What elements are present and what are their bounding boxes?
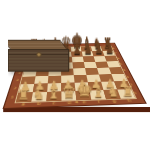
- square-g6: [94, 56, 107, 62]
- square-c2: ♟: [47, 83, 61, 92]
- square-c3: [48, 76, 61, 84]
- board-side-edge: [3, 107, 150, 112]
- chess-board: ♜♞♝♛♚♝♞♜♟♟♟♟♟♟♟♟♟♟♟♟♟♟♟♟♜♞♝♛♚♝♞♜ abcdefg…: [2, 43, 146, 109]
- box-clasp-icon: [36, 52, 41, 57]
- square-e3: [74, 75, 88, 83]
- square-a2: ♟: [18, 84, 34, 93]
- storage-box-body: [8, 39, 70, 72]
- square-g4: [97, 68, 111, 75]
- square-h4: [109, 67, 124, 74]
- product-photo: ♜♞♝♛♚♝♞♜♟♟♟♟♟♟♟♟♟♟♟♟♟♟♟♟♜♞♝♛♚♝♞♜ abcdefg…: [0, 0, 150, 150]
- box-front: [8, 49, 70, 72]
